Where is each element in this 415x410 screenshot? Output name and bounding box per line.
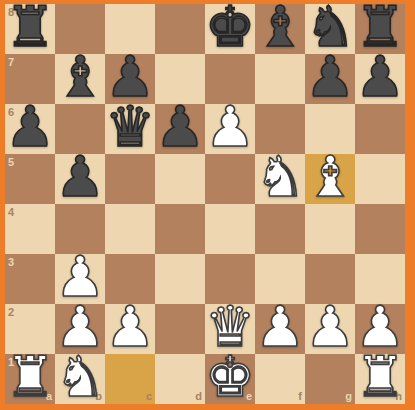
black-pawn-piece[interactable]: ♟ [155,102,205,152]
square-d5[interactable] [155,154,205,204]
file-label-f: f [298,391,302,402]
square-b1[interactable]: b♞ [55,354,105,404]
white-king-piece[interactable]: ♚ [205,352,255,402]
rank-label-4: 4 [8,207,14,218]
square-g5[interactable]: ♝ [305,154,355,204]
square-d2[interactable] [155,304,205,354]
black-bishop-piece[interactable]: ♝ [55,52,105,102]
square-f1[interactable]: f [255,354,305,404]
square-e1[interactable]: e♚ [205,354,255,404]
black-rook-piece[interactable]: ♜ [5,2,55,52]
square-e4[interactable] [205,204,255,254]
square-e6[interactable]: ♟ [205,104,255,154]
square-d8[interactable] [155,4,205,54]
black-bishop-piece[interactable]: ♝ [255,2,305,52]
file-label-g: g [345,391,352,402]
rank-label-3: 3 [8,257,14,268]
square-c5[interactable] [105,154,155,204]
file-label-d: d [195,391,202,402]
white-pawn-piece[interactable]: ♟ [255,302,305,352]
square-f7[interactable] [255,54,305,104]
square-a4[interactable]: 4 [5,204,55,254]
rank-label-5: 5 [8,157,14,168]
white-pawn-piece[interactable]: ♟ [205,102,255,152]
white-bishop-piece[interactable]: ♝ [305,152,355,202]
square-f4[interactable] [255,204,305,254]
square-b5[interactable]: ♟ [55,154,105,204]
chess-board: 8♜♚♝♞♜7♝♟♟♟6♟♛♟♟5♟♞♝43♟2♟♟♛♟♟♟1a♜b♞cde♚f… [5,4,405,404]
square-h7[interactable]: ♟ [355,54,405,104]
square-b7[interactable]: ♝ [55,54,105,104]
black-pawn-piece[interactable]: ♟ [55,152,105,202]
square-c4[interactable] [105,204,155,254]
square-a5[interactable]: 5 [5,154,55,204]
square-a6[interactable]: 6♟ [5,104,55,154]
square-g2[interactable]: ♟ [305,304,355,354]
square-c1[interactable]: c [105,354,155,404]
black-pawn-piece[interactable]: ♟ [305,52,355,102]
square-g7[interactable]: ♟ [305,54,355,104]
white-knight-piece[interactable]: ♞ [255,152,305,202]
rank-label-7: 7 [8,57,14,68]
square-h4[interactable] [355,204,405,254]
black-queen-piece[interactable]: ♛ [105,102,155,152]
rank-label-2: 2 [8,307,14,318]
black-pawn-piece[interactable]: ♟ [5,102,55,152]
square-f2[interactable]: ♟ [255,304,305,354]
square-f5[interactable]: ♞ [255,154,305,204]
square-e8[interactable]: ♚ [205,4,255,54]
square-a8[interactable]: 8♜ [5,4,55,54]
square-d4[interactable] [155,204,205,254]
square-d6[interactable]: ♟ [155,104,205,154]
black-pawn-piece[interactable]: ♟ [355,52,405,102]
square-a1[interactable]: 1a♜ [5,354,55,404]
white-pawn-piece[interactable]: ♟ [105,302,155,352]
square-h5[interactable] [355,154,405,204]
white-rook-piece[interactable]: ♜ [355,352,405,402]
square-g1[interactable]: g [305,354,355,404]
square-d1[interactable]: d [155,354,205,404]
square-h6[interactable] [355,104,405,154]
file-label-c: c [146,391,152,402]
square-c2[interactable]: ♟ [105,304,155,354]
square-e5[interactable] [205,154,255,204]
square-f8[interactable]: ♝ [255,4,305,54]
black-king-piece[interactable]: ♚ [205,2,255,52]
board-frame: 8♜♚♝♞♜7♝♟♟♟6♟♛♟♟5♟♞♝43♟2♟♟♛♟♟♟1a♜b♞cde♚f… [0,0,415,410]
white-pawn-piece[interactable]: ♟ [305,302,355,352]
white-rook-piece[interactable]: ♜ [5,352,55,402]
square-a3[interactable]: 3 [5,254,55,304]
square-h1[interactable]: h♜ [355,354,405,404]
square-c6[interactable]: ♛ [105,104,155,154]
white-knight-piece[interactable]: ♞ [55,352,105,402]
square-g4[interactable] [305,204,355,254]
square-d3[interactable] [155,254,205,304]
